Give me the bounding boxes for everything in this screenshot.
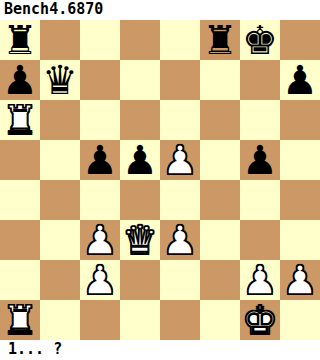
square-f5[interactable] (200, 140, 240, 180)
square-f1[interactable] (200, 300, 240, 340)
square-a6[interactable]: ♜ (0, 100, 40, 140)
square-g1[interactable]: ♚ (240, 300, 280, 340)
square-a8[interactable]: ♜ (0, 20, 40, 60)
square-f7[interactable] (200, 60, 240, 100)
black-pawn: ♟ (2, 60, 38, 100)
square-e8[interactable] (160, 20, 200, 60)
square-d8[interactable] (120, 20, 160, 60)
square-c6[interactable] (80, 100, 120, 140)
square-g2[interactable]: ♟ (240, 260, 280, 300)
square-g3[interactable] (240, 220, 280, 260)
square-d5[interactable]: ♟ (120, 140, 160, 180)
square-d4[interactable] (120, 180, 160, 220)
white-king: ♚ (242, 300, 278, 340)
black-queen: ♛ (42, 60, 78, 100)
square-a4[interactable] (0, 180, 40, 220)
square-e6[interactable] (160, 100, 200, 140)
square-g4[interactable] (240, 180, 280, 220)
square-g6[interactable] (240, 100, 280, 140)
square-f4[interactable] (200, 180, 240, 220)
square-a1[interactable]: ♜ (0, 300, 40, 340)
square-d7[interactable] (120, 60, 160, 100)
square-h6[interactable] (280, 100, 320, 140)
square-e7[interactable] (160, 60, 200, 100)
square-c7[interactable] (80, 60, 120, 100)
square-f3[interactable] (200, 220, 240, 260)
square-d1[interactable] (120, 300, 160, 340)
square-e5[interactable]: ♟ (160, 140, 200, 180)
square-g8[interactable]: ♚ (240, 20, 280, 60)
square-f2[interactable] (200, 260, 240, 300)
square-a2[interactable] (0, 260, 40, 300)
square-e3[interactable]: ♟ (160, 220, 200, 260)
square-h8[interactable] (280, 20, 320, 60)
square-e1[interactable] (160, 300, 200, 340)
square-g5[interactable]: ♟ (240, 140, 280, 180)
square-c3[interactable]: ♟ (80, 220, 120, 260)
white-queen: ♛ (122, 220, 158, 260)
square-c8[interactable] (80, 20, 120, 60)
black-pawn: ♟ (122, 140, 158, 180)
square-b2[interactable] (40, 260, 80, 300)
square-b3[interactable] (40, 220, 80, 260)
white-pawn: ♟ (162, 220, 198, 260)
black-rook: ♜ (2, 20, 38, 60)
white-pawn: ♟ (242, 260, 278, 300)
square-b6[interactable] (40, 100, 80, 140)
move-prompt: 1... ? (0, 340, 320, 360)
square-h1[interactable] (280, 300, 320, 340)
square-c1[interactable] (80, 300, 120, 340)
square-b7[interactable]: ♛ (40, 60, 80, 100)
square-c2[interactable]: ♟ (80, 260, 120, 300)
white-rook: ♜ (2, 100, 38, 140)
square-b8[interactable] (40, 20, 80, 60)
square-a3[interactable] (0, 220, 40, 260)
square-b1[interactable] (40, 300, 80, 340)
square-g7[interactable] (240, 60, 280, 100)
square-d2[interactable] (120, 260, 160, 300)
black-pawn: ♟ (82, 140, 118, 180)
square-h7[interactable]: ♟ (280, 60, 320, 100)
square-d3[interactable]: ♛ (120, 220, 160, 260)
white-pawn: ♟ (82, 220, 118, 260)
square-c5[interactable]: ♟ (80, 140, 120, 180)
square-b5[interactable] (40, 140, 80, 180)
square-f6[interactable] (200, 100, 240, 140)
square-a7[interactable]: ♟ (0, 60, 40, 100)
square-h4[interactable] (280, 180, 320, 220)
black-king: ♚ (242, 20, 278, 60)
square-c4[interactable] (80, 180, 120, 220)
square-e2[interactable] (160, 260, 200, 300)
square-f8[interactable]: ♜ (200, 20, 240, 60)
square-d6[interactable] (120, 100, 160, 140)
black-rook: ♜ (202, 20, 238, 60)
white-rook: ♜ (2, 300, 38, 340)
square-a5[interactable] (0, 140, 40, 180)
white-pawn: ♟ (282, 260, 318, 300)
window-title: Bench4.6870 (0, 0, 320, 20)
black-pawn: ♟ (282, 60, 318, 100)
black-pawn: ♟ (242, 140, 278, 180)
square-h2[interactable]: ♟ (280, 260, 320, 300)
square-e4[interactable] (160, 180, 200, 220)
square-h3[interactable] (280, 220, 320, 260)
square-b4[interactable] (40, 180, 80, 220)
white-pawn: ♟ (82, 260, 118, 300)
white-pawn: ♟ (162, 140, 198, 180)
chess-board: ♜♜♚♟♛♟♜♟♟♟♟♟♛♟♟♟♟♜♚ (0, 20, 320, 340)
square-h5[interactable] (280, 140, 320, 180)
